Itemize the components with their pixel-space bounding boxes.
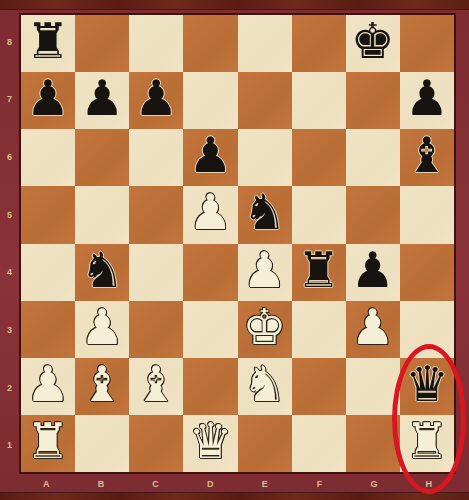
square-d6[interactable]: ♟: [183, 129, 237, 186]
piece-white-pawn-d5[interactable]: ♟: [188, 188, 232, 241]
square-h1[interactable]: ♜: [400, 415, 454, 472]
square-c2[interactable]: ♝: [129, 358, 183, 415]
piece-white-pawn-g3[interactable]: ♟: [351, 303, 395, 356]
piece-white-pawn-b3[interactable]: ♟: [80, 303, 124, 356]
square-b1[interactable]: [75, 415, 129, 472]
square-g6[interactable]: [346, 129, 400, 186]
rank-label-7: 7: [0, 71, 19, 129]
file-label-b: B: [74, 474, 129, 493]
piece-black-bishop-h6[interactable]: ♝: [405, 131, 449, 184]
rank-label-8: 8: [0, 13, 19, 71]
piece-black-pawn-b7[interactable]: ♟: [80, 74, 124, 127]
rank-label-4: 4: [0, 244, 19, 302]
square-d3[interactable]: [183, 301, 237, 358]
file-label-f: F: [292, 474, 347, 493]
piece-black-pawn-g4[interactable]: ♟: [351, 246, 395, 299]
square-g4[interactable]: ♟: [346, 244, 400, 301]
piece-white-bishop-b2[interactable]: ♝: [80, 360, 124, 413]
square-a2[interactable]: ♟: [21, 358, 75, 415]
square-f3[interactable]: [292, 301, 346, 358]
square-h6[interactable]: ♝: [400, 129, 454, 186]
rank-labels: 87654321: [0, 13, 19, 474]
piece-black-knight-e5[interactable]: ♞: [243, 188, 287, 241]
piece-white-pawn-a2[interactable]: ♟: [26, 360, 70, 413]
square-c5[interactable]: [129, 186, 183, 243]
square-e1[interactable]: [238, 415, 292, 472]
piece-white-king-e3[interactable]: ♚: [243, 303, 287, 356]
piece-white-bishop-c2[interactable]: ♝: [134, 360, 178, 413]
square-d2[interactable]: [183, 358, 237, 415]
file-label-d: D: [183, 474, 238, 493]
piece-black-rook-f4[interactable]: ♜: [297, 246, 341, 299]
square-h3[interactable]: [400, 301, 454, 358]
file-label-e: E: [238, 474, 293, 493]
square-g5[interactable]: [346, 186, 400, 243]
file-label-c: C: [128, 474, 183, 493]
square-a6[interactable]: [21, 129, 75, 186]
piece-black-queen-h2[interactable]: ♛: [405, 360, 449, 413]
square-h7[interactable]: ♟: [400, 72, 454, 129]
piece-white-queen-d1[interactable]: ♛: [188, 417, 232, 470]
piece-black-king-g8[interactable]: ♚: [351, 17, 395, 70]
piece-black-pawn-d6[interactable]: ♟: [188, 131, 232, 184]
chess-board[interactable]: ♜♚♟♟♟♟♟♝♟♞♞♟♜♟♟♚♟♟♝♝♞♛♜♛♜: [19, 13, 456, 474]
piece-black-pawn-h7[interactable]: ♟: [405, 74, 449, 127]
piece-white-knight-e2[interactable]: ♞: [243, 360, 287, 413]
square-b6[interactable]: [75, 129, 129, 186]
square-h5[interactable]: [400, 186, 454, 243]
square-f1[interactable]: [292, 415, 346, 472]
square-e8[interactable]: [238, 15, 292, 72]
square-d5[interactable]: ♟: [183, 186, 237, 243]
piece-black-rook-a8[interactable]: ♜: [26, 17, 70, 70]
square-d8[interactable]: [183, 15, 237, 72]
rank-label-2: 2: [0, 359, 19, 417]
rank-label-1: 1: [0, 416, 19, 474]
square-g2[interactable]: [346, 358, 400, 415]
square-f8[interactable]: [292, 15, 346, 72]
square-h4[interactable]: [400, 244, 454, 301]
rank-label-3: 3: [0, 301, 19, 359]
square-c6[interactable]: [129, 129, 183, 186]
square-e7[interactable]: [238, 72, 292, 129]
square-a8[interactable]: ♜: [21, 15, 75, 72]
square-g3[interactable]: ♟: [346, 301, 400, 358]
piece-black-pawn-a7[interactable]: ♟: [26, 74, 70, 127]
square-f2[interactable]: [292, 358, 346, 415]
square-b5[interactable]: [75, 186, 129, 243]
square-d1[interactable]: ♛: [183, 415, 237, 472]
square-g1[interactable]: [346, 415, 400, 472]
square-f7[interactable]: [292, 72, 346, 129]
piece-black-knight-b4[interactable]: ♞: [80, 246, 124, 299]
square-a4[interactable]: [21, 244, 75, 301]
square-b2[interactable]: ♝: [75, 358, 129, 415]
rank-label-6: 6: [0, 128, 19, 186]
square-c1[interactable]: [129, 415, 183, 472]
file-labels: ABCDEFGH: [19, 474, 456, 493]
square-c4[interactable]: [129, 244, 183, 301]
square-c7[interactable]: ♟: [129, 72, 183, 129]
square-g8[interactable]: ♚: [346, 15, 400, 72]
rank-label-5: 5: [0, 186, 19, 244]
square-a5[interactable]: [21, 186, 75, 243]
square-g7[interactable]: [346, 72, 400, 129]
piece-black-pawn-c7[interactable]: ♟: [134, 74, 178, 127]
piece-white-rook-a1[interactable]: ♜: [26, 417, 70, 470]
square-c3[interactable]: [129, 301, 183, 358]
square-d4[interactable]: [183, 244, 237, 301]
piece-white-pawn-e4[interactable]: ♟: [243, 246, 287, 299]
square-f4[interactable]: ♜: [292, 244, 346, 301]
square-h8[interactable]: [400, 15, 454, 72]
file-label-h: H: [401, 474, 456, 493]
square-b4[interactable]: ♞: [75, 244, 129, 301]
square-c8[interactable]: [129, 15, 183, 72]
square-e6[interactable]: [238, 129, 292, 186]
square-b7[interactable]: ♟: [75, 72, 129, 129]
piece-white-rook-h1[interactable]: ♜: [405, 417, 449, 470]
square-b3[interactable]: ♟: [75, 301, 129, 358]
square-a7[interactable]: ♟: [21, 72, 75, 129]
square-e3[interactable]: ♚: [238, 301, 292, 358]
square-b8[interactable]: [75, 15, 129, 72]
square-f5[interactable]: [292, 186, 346, 243]
square-e4[interactable]: ♟: [238, 244, 292, 301]
square-h2[interactable]: ♛: [400, 358, 454, 415]
square-e2[interactable]: ♞: [238, 358, 292, 415]
square-e5[interactable]: ♞: [238, 186, 292, 243]
square-d7[interactable]: [183, 72, 237, 129]
square-a3[interactable]: [21, 301, 75, 358]
square-a1[interactable]: ♜: [21, 415, 75, 472]
square-f6[interactable]: [292, 129, 346, 186]
file-label-g: G: [347, 474, 402, 493]
chess-app: 87654321 ♜♚♟♟♟♟♟♝♟♞♞♟♜♟♟♚♟♟♝♝♞♛♜♛♜ ABCDE…: [0, 0, 469, 500]
file-label-a: A: [19, 474, 74, 493]
